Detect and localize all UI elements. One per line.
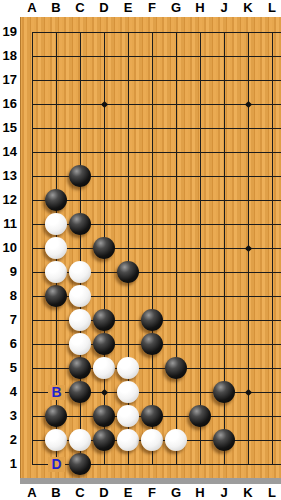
star-point-D4 xyxy=(101,389,108,396)
row-label-18: 18 xyxy=(0,49,17,63)
black-stone-G5[interactable] xyxy=(165,357,187,379)
board-bottom-shadow xyxy=(20,478,281,484)
column-label-K: K xyxy=(236,485,260,500)
white-stone-E5[interactable] xyxy=(117,357,139,379)
column-label-J: J xyxy=(212,485,236,500)
row-label-14: 14 xyxy=(0,145,17,159)
white-stone-B11[interactable] xyxy=(45,213,67,235)
black-stone-D10[interactable] xyxy=(93,237,115,259)
row-label-6: 6 xyxy=(0,337,17,351)
black-stone-F6[interactable] xyxy=(141,333,163,355)
row-label-3: 3 xyxy=(0,409,17,423)
column-label-J: J xyxy=(212,0,236,15)
white-stone-C8[interactable] xyxy=(69,285,91,307)
row-label-9: 9 xyxy=(0,265,17,279)
go-board[interactable]: B D xyxy=(20,17,281,478)
row-label-11: 11 xyxy=(0,217,17,231)
row-label-8: 8 xyxy=(0,289,17,303)
black-stone-J4[interactable] xyxy=(213,381,235,403)
black-stone-B3[interactable] xyxy=(45,405,67,427)
grid-line-row-17 xyxy=(32,80,281,81)
white-stone-C6[interactable] xyxy=(69,333,91,355)
column-label-L: L xyxy=(260,485,281,500)
grid-line-row-16 xyxy=(32,104,281,105)
black-stone-F7[interactable] xyxy=(141,309,163,331)
column-label-F: F xyxy=(140,0,164,15)
black-stone-B8[interactable] xyxy=(45,285,67,307)
star-point-K10 xyxy=(245,245,252,252)
white-stone-E4[interactable] xyxy=(117,381,139,403)
black-stone-C11[interactable] xyxy=(69,213,91,235)
grid-line-row-10 xyxy=(32,248,281,249)
black-stone-C5[interactable] xyxy=(69,357,91,379)
column-label-C: C xyxy=(68,0,92,15)
row-label-12: 12 xyxy=(0,193,17,207)
white-stone-E3[interactable] xyxy=(117,405,139,427)
black-stone-E9[interactable] xyxy=(117,261,139,283)
white-stone-F2[interactable] xyxy=(141,429,163,451)
row-label-19: 19 xyxy=(0,25,17,39)
black-stone-H3[interactable] xyxy=(189,405,211,427)
black-stone-B12[interactable] xyxy=(45,189,67,211)
white-stone-G2[interactable] xyxy=(165,429,187,451)
row-label-1: 1 xyxy=(0,457,17,471)
column-label-E: E xyxy=(116,0,140,15)
column-label-G: G xyxy=(164,485,188,500)
grid-line-row-18 xyxy=(32,56,281,57)
column-label-L: L xyxy=(260,0,281,15)
column-label-B: B xyxy=(44,0,68,15)
row-label-4: 4 xyxy=(0,385,17,399)
white-stone-D5[interactable] xyxy=(93,357,115,379)
black-stone-D3[interactable] xyxy=(93,405,115,427)
column-label-H: H xyxy=(188,485,212,500)
annotation-label-B1: D xyxy=(48,457,65,472)
row-label-2: 2 xyxy=(0,433,17,447)
column-label-G: G xyxy=(164,0,188,15)
row-label-13: 13 xyxy=(0,169,17,183)
column-label-A: A xyxy=(20,485,44,500)
black-stone-C1[interactable] xyxy=(69,453,91,475)
grid-line-row-15 xyxy=(32,128,281,129)
star-point-K16 xyxy=(245,101,252,108)
white-stone-C7[interactable] xyxy=(69,309,91,331)
white-stone-B2[interactable] xyxy=(45,429,67,451)
white-stone-C2[interactable] xyxy=(69,429,91,451)
black-stone-J2[interactable] xyxy=(213,429,235,451)
column-label-E: E xyxy=(116,485,140,500)
column-label-D: D xyxy=(92,485,116,500)
white-stone-C9[interactable] xyxy=(69,261,91,283)
row-label-7: 7 xyxy=(0,313,17,327)
column-label-K: K xyxy=(236,0,260,15)
black-stone-D2[interactable] xyxy=(93,429,115,451)
row-label-5: 5 xyxy=(0,361,17,375)
black-stone-F3[interactable] xyxy=(141,405,163,427)
black-stone-D6[interactable] xyxy=(93,333,115,355)
column-label-D: D xyxy=(92,0,116,15)
grid-line-row-19 xyxy=(32,32,281,33)
white-stone-B10[interactable] xyxy=(45,237,67,259)
black-stone-C13[interactable] xyxy=(69,165,91,187)
star-point-K4 xyxy=(245,389,252,396)
row-label-17: 17 xyxy=(0,73,17,87)
star-point-D16 xyxy=(101,101,108,108)
black-stone-D7[interactable] xyxy=(93,309,115,331)
column-label-A: A xyxy=(20,0,44,15)
go-diagram-page: ABCDEFGHJKL 1918171615141312111098765432… xyxy=(0,0,281,500)
column-label-F: F xyxy=(140,485,164,500)
row-label-15: 15 xyxy=(0,121,17,135)
column-label-C: C xyxy=(68,485,92,500)
white-stone-B9[interactable] xyxy=(45,261,67,283)
row-label-16: 16 xyxy=(0,97,17,111)
column-label-B: B xyxy=(44,485,68,500)
white-stone-E2[interactable] xyxy=(117,429,139,451)
grid-line-row-12 xyxy=(32,200,281,201)
row-label-10: 10 xyxy=(0,241,17,255)
annotation-label-B4: B xyxy=(48,385,65,400)
black-stone-C4[interactable] xyxy=(69,381,91,403)
column-label-H: H xyxy=(188,0,212,15)
grid-line-row-14 xyxy=(32,152,281,153)
